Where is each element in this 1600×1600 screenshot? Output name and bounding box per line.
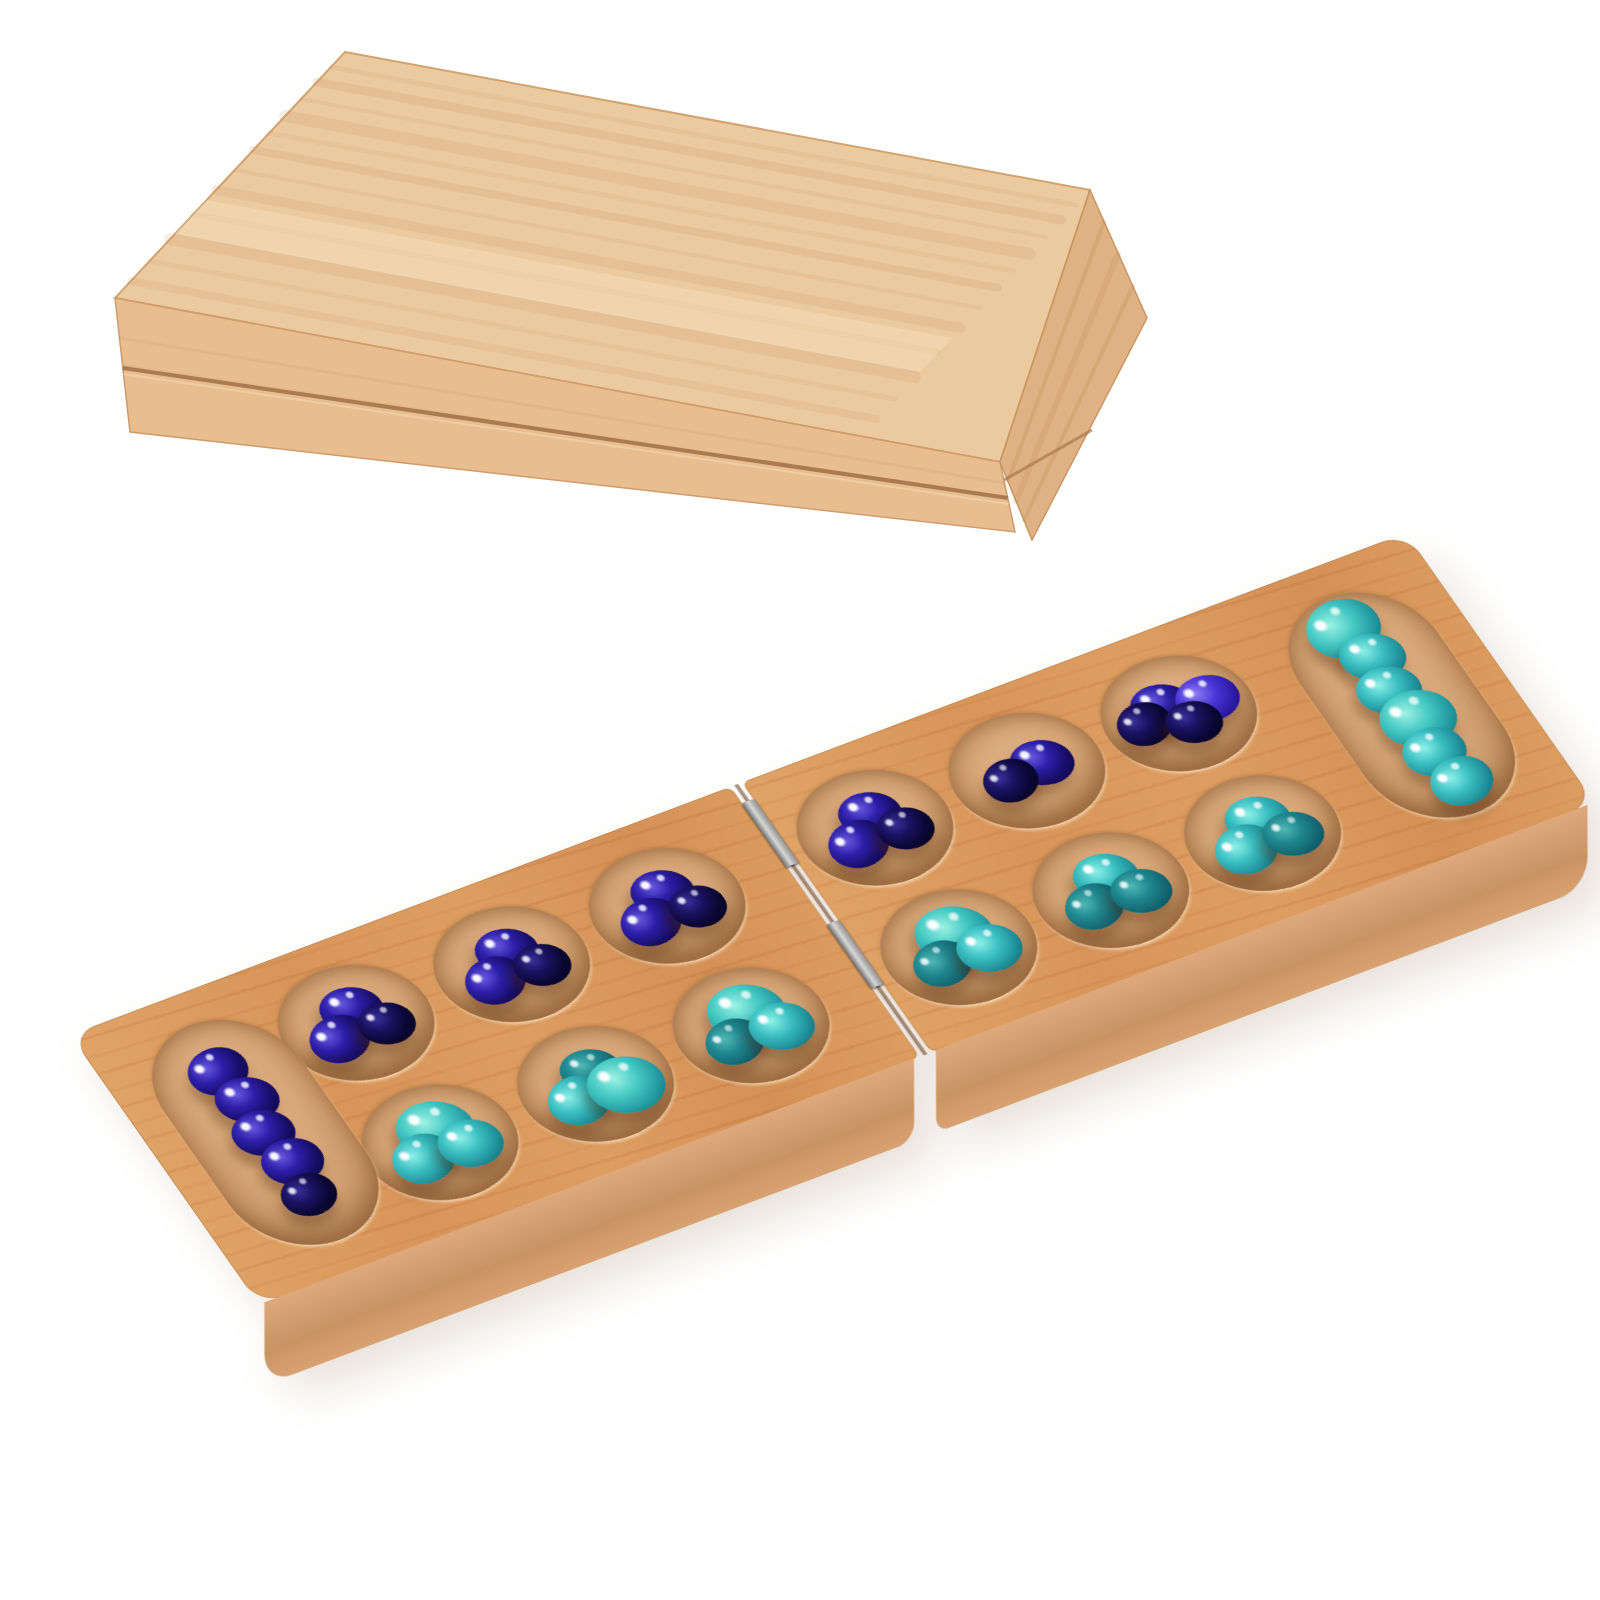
product-photo-scene bbox=[0, 0, 1600, 1600]
